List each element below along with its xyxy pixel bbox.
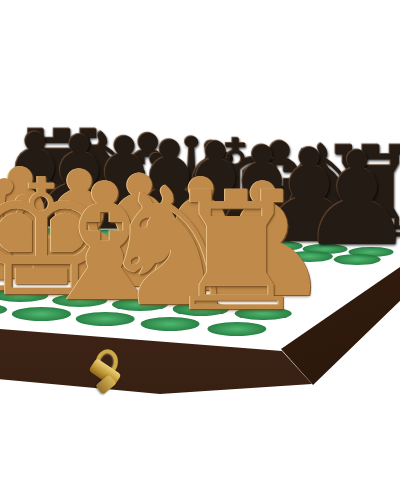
piece-black-king-e8: ♚ bbox=[174, 124, 298, 248]
brass-latch bbox=[80, 344, 140, 402]
knight-glyph: ♞ bbox=[269, 129, 381, 254]
felt-base bbox=[169, 235, 213, 246]
piece-black-pawn-d7: ♟ bbox=[106, 125, 233, 252]
piece-white-bishop-f1: ♝ bbox=[24, 162, 187, 325]
felt-base bbox=[348, 247, 393, 258]
rook-glyph: ♜ bbox=[8, 115, 117, 237]
felt-base bbox=[207, 322, 266, 336]
rook-glyph: ♜ bbox=[315, 131, 400, 256]
queen-glyph: ♛ bbox=[0, 155, 51, 316]
bishop-glyph: ♝ bbox=[93, 119, 203, 242]
bishop-glyph: ♝ bbox=[32, 162, 178, 325]
felt-base bbox=[12, 307, 70, 321]
piece-white-pawn-h2: ♟ bbox=[185, 162, 342, 319]
piece-white-queen-d1: ♛ bbox=[0, 155, 59, 316]
felt-base bbox=[13, 233, 58, 244]
piece-black-bishop-f8: ♝ bbox=[218, 126, 342, 250]
piece-black-knight-b8: ♞ bbox=[44, 117, 166, 239]
felt-base bbox=[57, 236, 102, 247]
piece-black-rook-a8: ♜ bbox=[2, 115, 124, 237]
felt-base bbox=[147, 242, 193, 253]
pawn-glyph: ♟ bbox=[10, 151, 149, 306]
photo-stage: ABCDEFGH ABCDEFGH 87654321 87654321 ♜♞♝♛… bbox=[0, 0, 400, 498]
pawn-glyph: ♟ bbox=[0, 144, 31, 297]
pawn-glyph: ♟ bbox=[0, 118, 91, 243]
piece-black-pawn-b7: ♟ bbox=[17, 120, 143, 246]
felt-base bbox=[102, 239, 148, 250]
king-glyph: ♚ bbox=[0, 158, 114, 320]
piece-white-pawn-g2: ♟ bbox=[123, 158, 279, 314]
pawn-glyph: ♟ bbox=[158, 127, 272, 255]
felt-base bbox=[286, 251, 332, 262]
pieces-layer: ♜♞♝♛♚♝♞♜♟♟♟♟♟♟♟♟♟♟♟♟♟♟♟♟♜♞♝♛♚♝♞♜ bbox=[0, 0, 400, 498]
felt-base bbox=[239, 248, 285, 259]
pawn-glyph: ♟ bbox=[23, 120, 136, 246]
pawn-glyph: ♟ bbox=[70, 155, 209, 310]
felt-base bbox=[0, 303, 8, 317]
pawn-glyph: ♟ bbox=[113, 125, 227, 252]
pawn-glyph: ♟ bbox=[193, 162, 334, 319]
felt-base bbox=[334, 254, 381, 265]
piece-white-king-e1: ♚ bbox=[0, 158, 122, 320]
piece-black-queen-d8: ♛ bbox=[130, 122, 253, 245]
piece-black-rook-h8: ♜ bbox=[308, 131, 400, 256]
felt-base bbox=[173, 302, 229, 315]
piece-white-pawn-f2: ♟ bbox=[62, 155, 217, 310]
pawn-glyph: ♟ bbox=[205, 130, 320, 258]
pawn-glyph: ♟ bbox=[68, 122, 181, 249]
pawn-glyph: ♟ bbox=[0, 148, 89, 302]
piece-white-pawn-d2: ♟ bbox=[0, 148, 97, 302]
felt-base bbox=[112, 298, 168, 311]
piece-white-pawn-e2: ♟ bbox=[2, 151, 157, 306]
piece-black-pawn-h7: ♟ bbox=[293, 135, 400, 264]
felt-base bbox=[193, 245, 239, 256]
piece-black-knight-g8: ♞ bbox=[263, 129, 388, 254]
felt-base bbox=[141, 317, 200, 331]
piece-white-pawn-c2: ♟ bbox=[0, 145, 39, 298]
felt-base bbox=[126, 233, 170, 243]
knight-glyph: ♞ bbox=[50, 117, 159, 239]
piece-black-pawn-e7: ♟ bbox=[152, 127, 280, 255]
piece-black-bishop-c8: ♝ bbox=[87, 119, 210, 242]
pawn-glyph: ♟ bbox=[299, 135, 400, 264]
piece-white-rook-h1: ♜ bbox=[154, 170, 319, 335]
felt-base bbox=[76, 312, 135, 326]
felt-base bbox=[83, 230, 127, 240]
felt-base bbox=[52, 294, 108, 307]
pawn-glyph: ♟ bbox=[252, 132, 367, 261]
felt-base bbox=[235, 307, 292, 320]
queen-glyph: ♛ bbox=[136, 122, 246, 245]
felt-base bbox=[213, 238, 258, 249]
felt-base bbox=[41, 227, 85, 237]
piece-white-knight-g1: ♞ bbox=[89, 166, 253, 330]
felt-base bbox=[0, 289, 48, 302]
felt-base bbox=[303, 244, 348, 255]
king-glyph: ♚ bbox=[180, 124, 291, 248]
pawn-glyph: ♟ bbox=[131, 158, 271, 314]
product-photo-frame: ABCDEFGH ABCDEFGH 87654321 87654321 ♜♞♝♛… bbox=[0, 0, 400, 498]
knight-glyph: ♞ bbox=[97, 166, 244, 330]
bishop-glyph: ♝ bbox=[225, 126, 336, 250]
rook-glyph: ♜ bbox=[163, 170, 311, 335]
piece-black-pawn-c7: ♟ bbox=[61, 122, 188, 249]
felt-base bbox=[258, 241, 303, 252]
piece-black-pawn-f7: ♟ bbox=[198, 130, 326, 258]
piece-black-pawn-g7: ♟ bbox=[245, 132, 374, 261]
piece-black-pawn-a7: ♟ bbox=[0, 118, 98, 243]
